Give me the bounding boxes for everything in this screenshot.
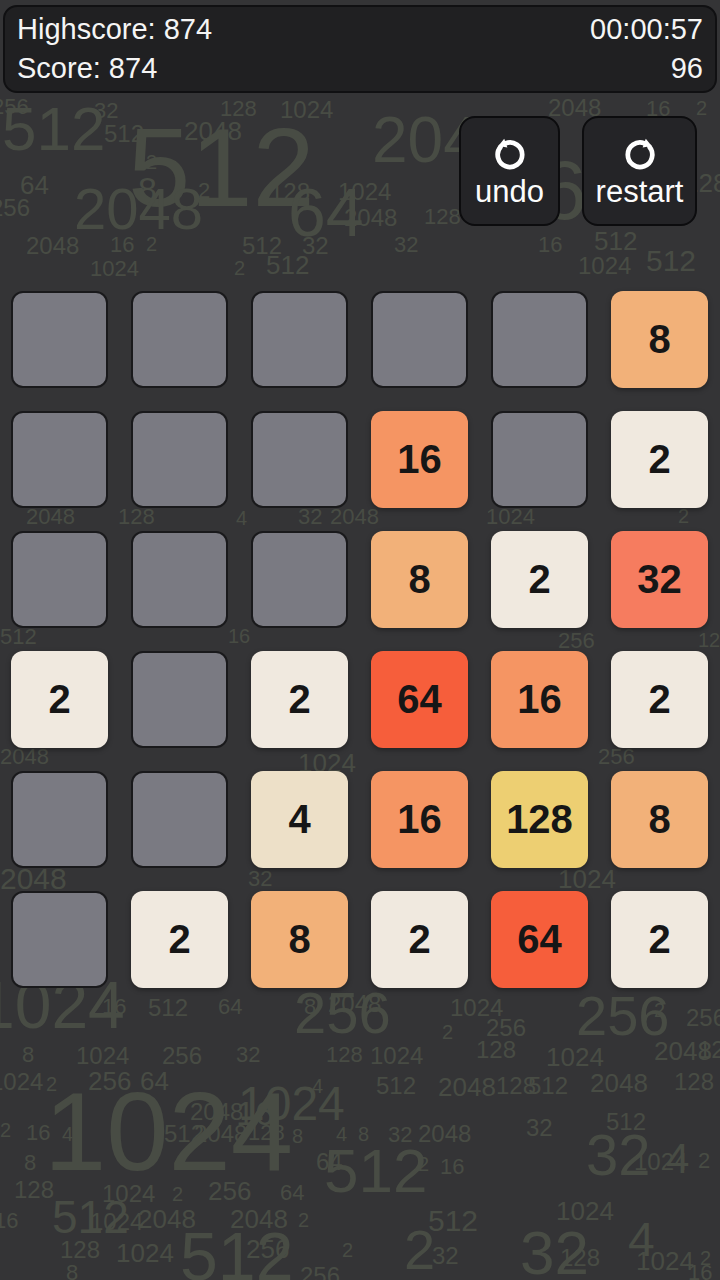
tile-64: 64 xyxy=(371,651,468,748)
watermark-number: 1024 xyxy=(636,1248,694,1274)
watermark-number: 16 xyxy=(440,1156,464,1178)
watermark-number: 128 xyxy=(14,1178,54,1202)
watermark-number: 64 xyxy=(280,1182,304,1204)
watermark-number: 2 xyxy=(342,1240,353,1260)
watermark-number: 256 xyxy=(686,1006,720,1030)
watermark-number: 128 xyxy=(674,1070,714,1094)
watermark-number: 256 xyxy=(300,1264,340,1280)
watermark-number: 1024 xyxy=(578,254,631,278)
watermark-number: 16 xyxy=(0,1210,18,1232)
watermark-number: 1024 xyxy=(116,1240,174,1266)
undo-icon xyxy=(489,132,531,174)
watermark-number: 32 xyxy=(394,234,418,256)
cell-empty xyxy=(251,411,348,508)
watermark-number: 2 xyxy=(234,258,245,278)
watermark-number: 16 xyxy=(26,1122,50,1144)
tile-4: 4 xyxy=(251,771,348,868)
cell-empty xyxy=(131,651,228,748)
restart-label: restart xyxy=(596,175,684,209)
watermark-number: 32 xyxy=(526,1116,553,1140)
watermark-number: 1024 xyxy=(634,1150,687,1174)
watermark-number: 2048 xyxy=(344,206,397,230)
watermark-number: 8 xyxy=(24,1152,36,1174)
tile-64: 64 xyxy=(491,891,588,988)
watermark-number: 1024 xyxy=(546,1044,604,1070)
watermark-number: 256 xyxy=(0,196,30,220)
watermark-number: 1024 xyxy=(90,1210,143,1234)
watermark-number: 2 xyxy=(442,1022,453,1042)
watermark-number: 2048 xyxy=(438,1074,496,1100)
tile-2: 2 xyxy=(131,891,228,988)
watermark-number: 8 xyxy=(292,1126,303,1146)
watermark-number: 2 xyxy=(298,1210,309,1230)
watermark-number: 2 xyxy=(198,180,210,202)
watermark-number: 4 xyxy=(62,1124,73,1144)
tile-16: 16 xyxy=(371,411,468,508)
timer-text: 00:00:57 xyxy=(590,13,703,46)
move-count: 96 xyxy=(671,52,703,85)
watermark-number: 512 xyxy=(594,228,637,254)
watermark-number: 1024 xyxy=(370,1044,423,1068)
tile-2: 2 xyxy=(491,531,588,628)
tile-2: 2 xyxy=(611,651,708,748)
watermark-number: 4 xyxy=(312,1076,323,1096)
score-text: Score: 874 xyxy=(17,52,157,85)
watermark-number: 512 xyxy=(376,1074,416,1098)
watermark-number: 2 xyxy=(696,98,707,118)
watermark-number: 2048 xyxy=(194,1122,247,1146)
watermark-number: 128 xyxy=(476,1038,516,1062)
watermark-number: 2048 xyxy=(26,234,79,258)
watermark-number: 64 xyxy=(218,996,242,1018)
watermark-number: 512 xyxy=(2,98,105,160)
cell-empty xyxy=(251,531,348,628)
tile-2: 2 xyxy=(611,411,708,508)
watermark-number: 8 xyxy=(22,1044,34,1066)
cell-empty xyxy=(131,531,228,628)
tile-2: 2 xyxy=(611,891,708,988)
watermark-number: 8 xyxy=(66,1262,78,1280)
undo-label: undo xyxy=(475,175,544,209)
cell-empty xyxy=(131,771,228,868)
watermark-number: 16 xyxy=(688,1262,712,1280)
watermark-number: 256 xyxy=(208,1178,251,1204)
watermark-number: 64 xyxy=(316,1150,343,1174)
cell-empty xyxy=(491,411,588,508)
watermark-number: 128 xyxy=(60,1238,100,1262)
undo-button[interactable]: undo xyxy=(459,116,560,226)
watermark-number: 128 xyxy=(248,1122,285,1144)
tile-8: 8 xyxy=(251,891,348,988)
watermark-number: 512 xyxy=(266,252,309,278)
watermark-number: 2048 xyxy=(590,1070,648,1096)
cell-empty xyxy=(131,291,228,388)
watermark-number: 2 xyxy=(172,1184,183,1204)
tile-2: 2 xyxy=(371,891,468,988)
watermark-number: 512 xyxy=(646,246,696,276)
watermark-number: 128 xyxy=(698,1038,720,1062)
tile-128: 128 xyxy=(491,771,588,868)
cell-empty xyxy=(11,411,108,508)
restart-button[interactable]: restart xyxy=(582,116,697,226)
watermark-number: 32 xyxy=(432,1244,459,1268)
watermark-number: 256 xyxy=(162,1044,202,1068)
watermark-number: 512 xyxy=(148,996,188,1020)
cell-empty xyxy=(131,411,228,508)
tile-8: 8 xyxy=(611,771,708,868)
watermark-number: 16 xyxy=(102,996,126,1018)
watermark-number: 32 xyxy=(94,100,118,122)
watermark-number: 2 xyxy=(418,1154,429,1174)
watermark-number: 512 xyxy=(528,1074,568,1098)
watermark-number: 1024 xyxy=(90,258,139,280)
restart-icon xyxy=(619,132,661,174)
highscore-text: Highscore: 874 xyxy=(17,13,212,46)
watermark-number: 2 xyxy=(0,1120,11,1140)
tile-8: 8 xyxy=(611,291,708,388)
score-panel: Highscore: 874 00:00:57 Score: 874 96 xyxy=(3,5,717,93)
tile-2: 2 xyxy=(11,651,108,748)
watermark-number: 2 xyxy=(146,152,157,172)
tile-16: 16 xyxy=(491,651,588,748)
watermark-number: 1024 xyxy=(0,1070,43,1094)
watermark-number: 16 xyxy=(110,234,134,256)
cell-empty xyxy=(491,291,588,388)
tile-32: 32 xyxy=(611,531,708,628)
cell-empty xyxy=(11,531,108,628)
watermark-number: 256 xyxy=(246,1236,289,1262)
watermark-number: 2 xyxy=(404,1222,435,1278)
tile-8: 8 xyxy=(371,531,468,628)
watermark-number: 128 xyxy=(424,206,461,228)
cell-empty xyxy=(11,771,108,868)
watermark-number: 2 xyxy=(654,1000,665,1020)
watermark-number: 32 xyxy=(236,1044,260,1066)
watermark-number: 2 xyxy=(146,234,157,254)
watermark-number: 128 xyxy=(326,1044,363,1066)
tile-16: 16 xyxy=(371,771,468,868)
watermark-number: 1024 xyxy=(76,1044,129,1068)
watermark-number: 8 xyxy=(138,172,157,206)
cell-empty xyxy=(371,291,468,388)
watermark-number: 2 xyxy=(698,1150,710,1172)
cell-empty xyxy=(251,291,348,388)
watermark-number: 16 xyxy=(538,234,562,256)
watermark-number: 512 xyxy=(428,1206,478,1236)
watermark-number: 128 xyxy=(560,1246,600,1270)
board[interactable]: 8162823222641624161288282642 xyxy=(11,291,708,988)
watermark-number: 256 xyxy=(294,984,391,1042)
tile-2: 2 xyxy=(251,651,348,748)
cell-empty xyxy=(11,291,108,388)
cell-empty xyxy=(11,891,108,988)
